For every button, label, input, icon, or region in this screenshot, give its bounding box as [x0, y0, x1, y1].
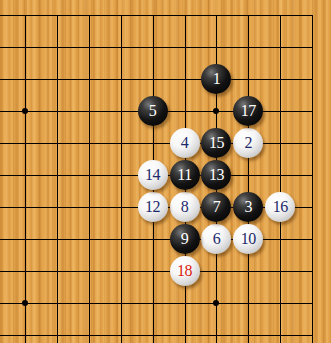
- grid-hline: [0, 239, 313, 240]
- stone-black-11[interactable]: 11: [170, 160, 200, 190]
- star-point-K10: [22, 300, 28, 306]
- move-number: 10: [241, 231, 256, 247]
- move-number: 9: [181, 231, 189, 247]
- stone-white-10[interactable]: 10: [233, 224, 263, 254]
- move-number: 5: [149, 103, 157, 119]
- grid-vline: [121, 15, 122, 343]
- grid-hline: [0, 335, 313, 336]
- stone-white-14[interactable]: 14: [138, 160, 168, 190]
- stone-black-5[interactable]: 5: [138, 96, 168, 126]
- grid-hline: [0, 15, 313, 16]
- move-number: 18: [177, 263, 192, 279]
- move-number: 6: [213, 231, 221, 247]
- move-number: 15: [209, 135, 224, 151]
- move-number: 11: [177, 167, 191, 183]
- stone-black-9[interactable]: 9: [170, 224, 200, 254]
- move-number: 16: [273, 199, 288, 215]
- go-board[interactable]: 123456789101112131415161718: [0, 0, 331, 343]
- stone-white-8[interactable]: 8: [170, 192, 200, 222]
- move-number: 7: [213, 199, 221, 215]
- stone-black-13[interactable]: 13: [201, 160, 231, 190]
- move-number: 1: [213, 71, 221, 87]
- stone-white-4[interactable]: 4: [170, 128, 200, 158]
- go-diagram: 123456789101112131415161718: [0, 0, 331, 343]
- move-number: 12: [145, 199, 160, 215]
- stone-black-3[interactable]: 3: [233, 192, 263, 222]
- star-point-K16: [22, 108, 28, 114]
- move-number: 8: [181, 199, 189, 215]
- star-point-Q10: [213, 300, 219, 306]
- stone-white-18[interactable]: 18: [170, 256, 200, 286]
- stone-white-6[interactable]: 6: [201, 224, 231, 254]
- move-number: 4: [181, 135, 189, 151]
- grid-vline: [312, 15, 313, 343]
- grid-vline: [89, 15, 90, 343]
- grid-vline: [280, 15, 281, 343]
- stone-black-1[interactable]: 1: [201, 64, 231, 94]
- grid-vline: [25, 15, 26, 343]
- move-number: 3: [245, 199, 253, 215]
- stone-black-15[interactable]: 15: [201, 128, 231, 158]
- star-point-Q16: [213, 108, 219, 114]
- grid-vline: [57, 15, 58, 343]
- stone-white-2[interactable]: 2: [233, 128, 263, 158]
- grid-hline: [0, 303, 313, 304]
- grid-hline: [0, 143, 313, 144]
- move-number: 17: [241, 103, 256, 119]
- grid-hline: [0, 79, 313, 80]
- grid-hline: [0, 271, 313, 272]
- move-number: 2: [245, 135, 253, 151]
- grid-vline: [248, 15, 249, 343]
- move-number: 13: [209, 167, 224, 183]
- stone-black-7[interactable]: 7: [201, 192, 231, 222]
- stone-white-12[interactable]: 12: [138, 192, 168, 222]
- move-number: 14: [145, 167, 160, 183]
- stone-black-17[interactable]: 17: [233, 96, 263, 126]
- stone-white-16[interactable]: 16: [265, 192, 295, 222]
- grid-hline: [0, 47, 313, 48]
